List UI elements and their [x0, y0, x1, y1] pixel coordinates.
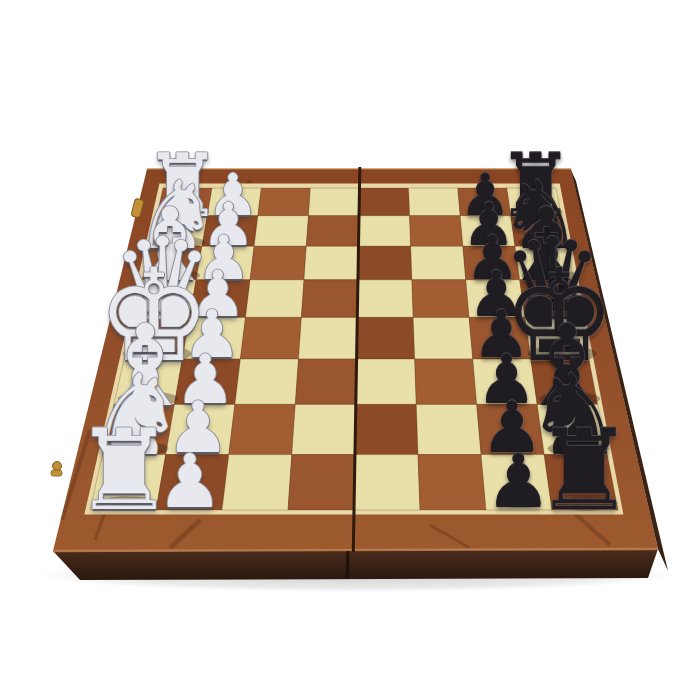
piece-shadow [476, 238, 508, 246]
square-d4 [301, 280, 358, 318]
square-g4 [292, 404, 356, 454]
square-d3 [246, 280, 305, 318]
piece-shadow [518, 236, 569, 248]
piece-shadow [173, 499, 213, 509]
piece-shadow [97, 496, 158, 511]
square-c4 [304, 246, 359, 279]
piece-shadow [204, 309, 238, 317]
piece-shadow [118, 392, 179, 407]
piece-shadow [220, 208, 251, 216]
square-e3 [240, 317, 301, 359]
square-f4 [295, 359, 356, 404]
square-e4 [299, 317, 358, 359]
square-e5 [357, 317, 415, 359]
square-g6 [416, 404, 481, 454]
chess-set-photo: ♜♞♝♛♚♝♞♜♟♟♟♟♟♟♟♟♟♟♟♟♟♟♟♟♜♞♝♛♚♝♞♜ [0, 0, 700, 700]
square-a4 [309, 188, 360, 216]
piece-shadow [182, 444, 220, 453]
piece-shadow [123, 346, 192, 363]
piece-shadow [482, 309, 516, 317]
square-c5 [358, 246, 412, 279]
square-c3 [250, 246, 306, 279]
square-g3 [229, 404, 295, 454]
piece-shadow [162, 206, 209, 217]
square-h5 [354, 455, 420, 510]
square-f5 [356, 359, 417, 404]
board-front-face [53, 549, 658, 580]
piece-shadow [154, 236, 205, 248]
piece-shadow [215, 238, 247, 246]
square-f6 [415, 359, 477, 404]
chess-board [0, 0, 700, 700]
piece-shadow [491, 394, 528, 403]
piece-shadow [197, 350, 233, 359]
piece-shadow [528, 346, 597, 363]
square-h4 [288, 455, 355, 510]
square-e6 [413, 317, 473, 359]
brass-latch [53, 462, 62, 471]
square-h3 [222, 455, 292, 510]
piece-shadow [146, 269, 201, 282]
square-h6 [418, 455, 486, 510]
piece-shadow [539, 392, 600, 407]
piece-shadow [525, 305, 587, 320]
piece-shadow [522, 269, 577, 282]
square-g5 [355, 404, 418, 454]
piece-shadow [473, 208, 504, 216]
square-a3 [258, 188, 311, 216]
piece-shadow [210, 271, 243, 279]
piece-shadow [108, 441, 169, 456]
piece-shadow [487, 350, 523, 359]
square-f3 [235, 359, 299, 404]
piece-shadow [190, 394, 227, 403]
square-a6 [409, 188, 461, 216]
square-c6 [411, 246, 466, 279]
piece-shadow [135, 305, 197, 320]
square-d5 [357, 280, 413, 318]
square-b3 [254, 216, 308, 247]
piece-shadow [479, 271, 512, 279]
square-b4 [306, 216, 359, 247]
square-a5 [359, 188, 410, 216]
piece-shadow [548, 441, 609, 456]
square-b5 [359, 216, 411, 247]
square-d6 [412, 280, 469, 318]
piece-shadow [557, 496, 618, 511]
square-b6 [410, 216, 463, 247]
piece-shadow [496, 444, 534, 453]
piece-shadow [502, 499, 542, 509]
hinge-seam-front [347, 551, 348, 579]
piece-shadow [515, 206, 562, 217]
brass-latch-hook [51, 470, 62, 476]
